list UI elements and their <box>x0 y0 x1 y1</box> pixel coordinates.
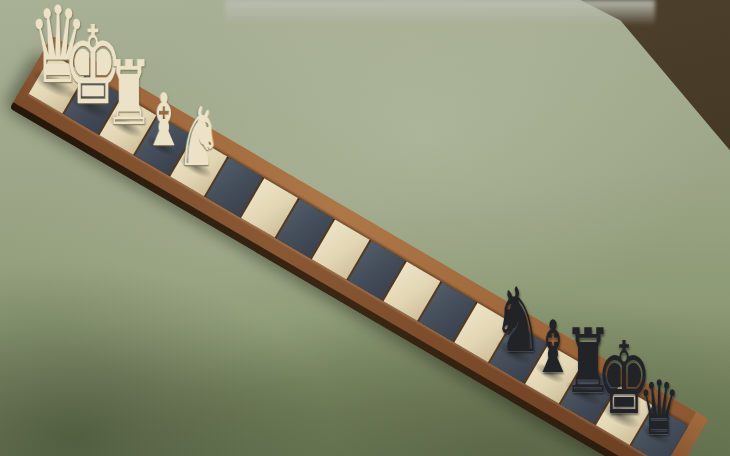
board-strip <box>10 36 709 456</box>
board-squares-channel <box>29 54 689 456</box>
photo-canvas: ♛♚♜♝♞♞♝♜♚♛ <box>0 0 730 456</box>
cushion-top-highlight <box>225 0 655 26</box>
board-upper-rail <box>44 36 708 433</box>
